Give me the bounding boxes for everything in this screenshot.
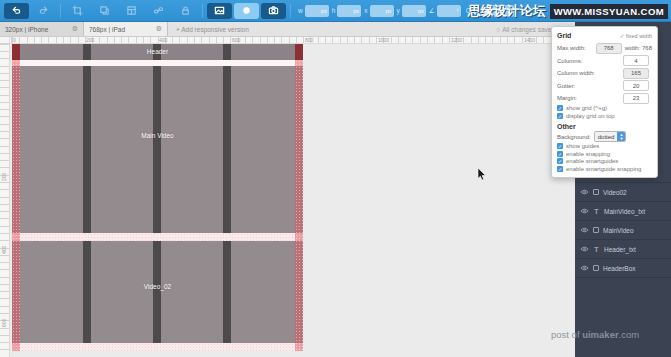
save-status: ○ All changes saved <box>496 22 553 36</box>
grid-margin-right <box>295 60 303 351</box>
video02-element[interactable]: Video_02 <box>12 241 303 343</box>
checkbox-row[interactable]: ✓ enable snapping <box>557 150 652 158</box>
video02-label: Video_02 <box>12 283 303 290</box>
ruler-number: 600 <box>231 36 304 43</box>
dimension-field-group: ∠ ° <box>429 5 461 17</box>
ruler-number: 1000 <box>377 36 450 43</box>
checkbox-row[interactable]: ✓ enable smartguides <box>557 158 652 166</box>
dimension-fields: w px h px x px y px ∠ ° <box>295 5 461 17</box>
grid-field-input[interactable]: 23 <box>623 93 649 104</box>
dimension-input[interactable]: px <box>402 5 426 17</box>
crop-tool-button[interactable] <box>65 3 90 19</box>
image-icon <box>214 2 225 20</box>
grid-settings-panel: Grid ✓ fixed width Max width: 768 width:… <box>551 26 658 178</box>
text-layer-icon: T <box>593 246 600 253</box>
video-tool-button[interactable] <box>261 3 286 19</box>
redo-icon <box>38 2 49 20</box>
grid-checkboxes: ✓ show grid (^+g) ✓ display grid on top <box>557 105 652 120</box>
fixed-width-checkbox[interactable]: ✓ fixed width <box>620 33 652 39</box>
grid-field-input[interactable]: 20 <box>623 80 649 91</box>
grid-gutter <box>153 66 161 233</box>
row-divider <box>12 233 303 241</box>
main-video-element[interactable]: Main Video <box>12 66 303 233</box>
eye-icon[interactable] <box>580 246 589 253</box>
other-section-title: Other <box>557 123 652 130</box>
add-responsive-version-button[interactable]: + Add responsive version <box>168 22 257 36</box>
footer-watermark: post of uimaker.com <box>551 329 639 340</box>
background-dropdown[interactable]: dotted ▲▼ <box>594 131 627 142</box>
tabs: 320px | iPhone ⚙ 768px | iPad ⚙ <box>0 22 168 36</box>
watermark-url-text: WWW.MISSYUAN.COM <box>550 4 668 19</box>
layout-icon <box>126 2 137 20</box>
text-layer-icon: T <box>593 208 600 215</box>
dimension-input[interactable]: px <box>370 5 394 17</box>
image-tool-button[interactable] <box>207 3 232 19</box>
grid-gutter <box>223 66 231 233</box>
grid-field-input[interactable]: 768 <box>596 43 622 54</box>
dimension-input[interactable]: ° <box>437 5 461 17</box>
grid-gutter <box>223 241 231 343</box>
artboard-768[interactable]: Header Main Video Video_02 <box>12 44 303 351</box>
layer-row[interactable]: T HeaderBox <box>575 259 671 278</box>
grid-gutter <box>153 241 161 343</box>
checkbox-checked-icon[interactable]: ✓ <box>557 166 563 172</box>
grid-field-row: Columns: 4 <box>557 55 652 68</box>
eye-icon[interactable] <box>580 189 589 196</box>
ruler-number: 800 <box>304 36 377 43</box>
grid-margin-header-right <box>295 44 303 60</box>
vertical-ruler: 200400600800 <box>0 36 10 357</box>
grid-field-row: Margin: 23 <box>557 92 652 105</box>
checkbox-row[interactable]: ✓ show guides <box>557 143 652 151</box>
background-label: Background: <box>557 134 591 140</box>
layer-name: MainVideo_txt <box>604 208 645 215</box>
crop-icon <box>72 2 83 20</box>
watermark-cn-text: 思缘设计论坛 <box>468 2 546 20</box>
undo-icon <box>11 2 22 20</box>
grid-field-row: Column width: 165 <box>557 67 652 80</box>
eye-icon[interactable] <box>580 208 589 215</box>
box-layer-icon <box>593 189 599 195</box>
layer-name: Video02 <box>603 189 627 196</box>
dimension-field-group: h px <box>332 5 362 17</box>
toolbar-divider <box>290 4 291 18</box>
grid-panel-title: Grid <box>557 32 571 39</box>
layer-name: Header_txt <box>604 246 636 253</box>
dimension-field-group: w px <box>298 5 329 17</box>
grid-field-input[interactable]: 165 <box>623 68 649 79</box>
ruler-number: 400 <box>158 36 231 43</box>
layer-list: T Video02_txt T Video02 T MainVideo_txt … <box>575 164 671 278</box>
checkbox-checked-icon[interactable]: ✓ <box>557 151 563 157</box>
dimension-input[interactable]: px <box>305 5 329 17</box>
breakpoint-tab[interactable]: 768px | iPad ⚙ <box>84 22 168 36</box>
gear-icon[interactable]: ⚙ <box>156 25 162 33</box>
checkbox-checked-icon[interactable]: ✓ <box>557 143 563 149</box>
camera-icon <box>268 2 279 20</box>
duplicate-icon <box>99 2 110 20</box>
checkbox-row[interactable]: ✓ show grid (^+g) <box>557 105 652 113</box>
redo-button[interactable] <box>31 3 56 19</box>
grid-field-input[interactable]: 4 <box>623 55 649 66</box>
dimension-field-group: x px <box>364 5 393 17</box>
grid-field-row: Max width: 768 width: 768 <box>557 42 652 55</box>
dimension-input[interactable]: px <box>337 5 361 17</box>
site-watermark: 思缘设计论坛 WWW.MISSYUAN.COM <box>468 2 668 20</box>
grid-margin-left <box>12 60 20 351</box>
duplicate-tool-button[interactable] <box>92 3 117 19</box>
mouse-cursor <box>477 167 486 185</box>
ruler-number: 600 <box>1 254 9 327</box>
breakpoint-tab[interactable]: 320px | iPhone ⚙ <box>0 22 84 36</box>
header-box-element[interactable]: Header <box>12 44 303 60</box>
layer-row[interactable]: T MainVideo <box>575 221 671 240</box>
layer-row[interactable]: T Video02 <box>575 183 671 202</box>
grid-gutter <box>83 241 91 343</box>
background-row: Background: dotted ▲▼ <box>557 131 652 143</box>
toolbar-divider <box>60 4 61 18</box>
shape-tool-button[interactable] <box>234 3 259 19</box>
layer-name: MainVideo <box>603 227 634 234</box>
link-tool-button[interactable] <box>146 3 171 19</box>
clock-icon: ○ <box>496 26 500 33</box>
ruler-number: 1200 <box>450 36 523 43</box>
box-layer-icon <box>593 227 599 233</box>
checkbox-checked-icon[interactable]: ✓ <box>557 105 563 111</box>
layout-tool-button[interactable] <box>119 3 144 19</box>
ruler-number: 0 <box>12 36 85 43</box>
eye-icon[interactable] <box>580 265 589 272</box>
grid-margin-header-left <box>12 44 20 60</box>
circle-icon <box>241 2 252 20</box>
box-layer-icon <box>593 265 599 271</box>
ruler-number: 200 <box>85 36 158 43</box>
checkbox-row[interactable]: ✓ enable smartguide snapping <box>557 165 652 173</box>
header-label: Header <box>12 48 303 55</box>
main-video-label: Main Video <box>12 132 303 139</box>
grid-fields: Max width: 768 width: 768 Columns: 4 Col… <box>557 42 652 105</box>
link-icon <box>153 2 164 20</box>
gear-icon[interactable]: ⚙ <box>72 25 78 33</box>
check-icon: ✓ <box>620 33 625 39</box>
eye-icon[interactable] <box>580 227 589 234</box>
grid-field-row: Gutter: 20 <box>557 80 652 93</box>
grid-gutter <box>83 66 91 233</box>
ruler-number: 200 <box>1 108 9 181</box>
dropdown-stepper-icon: ▲▼ <box>617 132 625 141</box>
checkbox-checked-icon[interactable]: ✓ <box>557 158 563 164</box>
layer-name: HeaderBox <box>603 265 636 272</box>
other-checkboxes: ✓ show guides ✓ enable snapping ✓ enable… <box>557 143 652 173</box>
layer-row[interactable]: T MainVideo_txt <box>575 202 671 221</box>
lock-tool-button[interactable] <box>173 3 198 19</box>
toolbar-divider <box>202 4 203 18</box>
undo-button[interactable] <box>4 3 29 19</box>
dimension-field-group: y px <box>397 5 426 17</box>
checkbox-row[interactable]: ✓ display grid on top <box>557 112 652 120</box>
lock-icon <box>180 2 191 20</box>
ruler-number: 800 <box>1 327 9 357</box>
layer-row[interactable]: T Header_txt <box>575 240 671 259</box>
checkbox-checked-icon[interactable]: ✓ <box>557 113 563 119</box>
ruler-number: 400 <box>1 181 9 254</box>
row-gap-bottom <box>12 343 303 351</box>
